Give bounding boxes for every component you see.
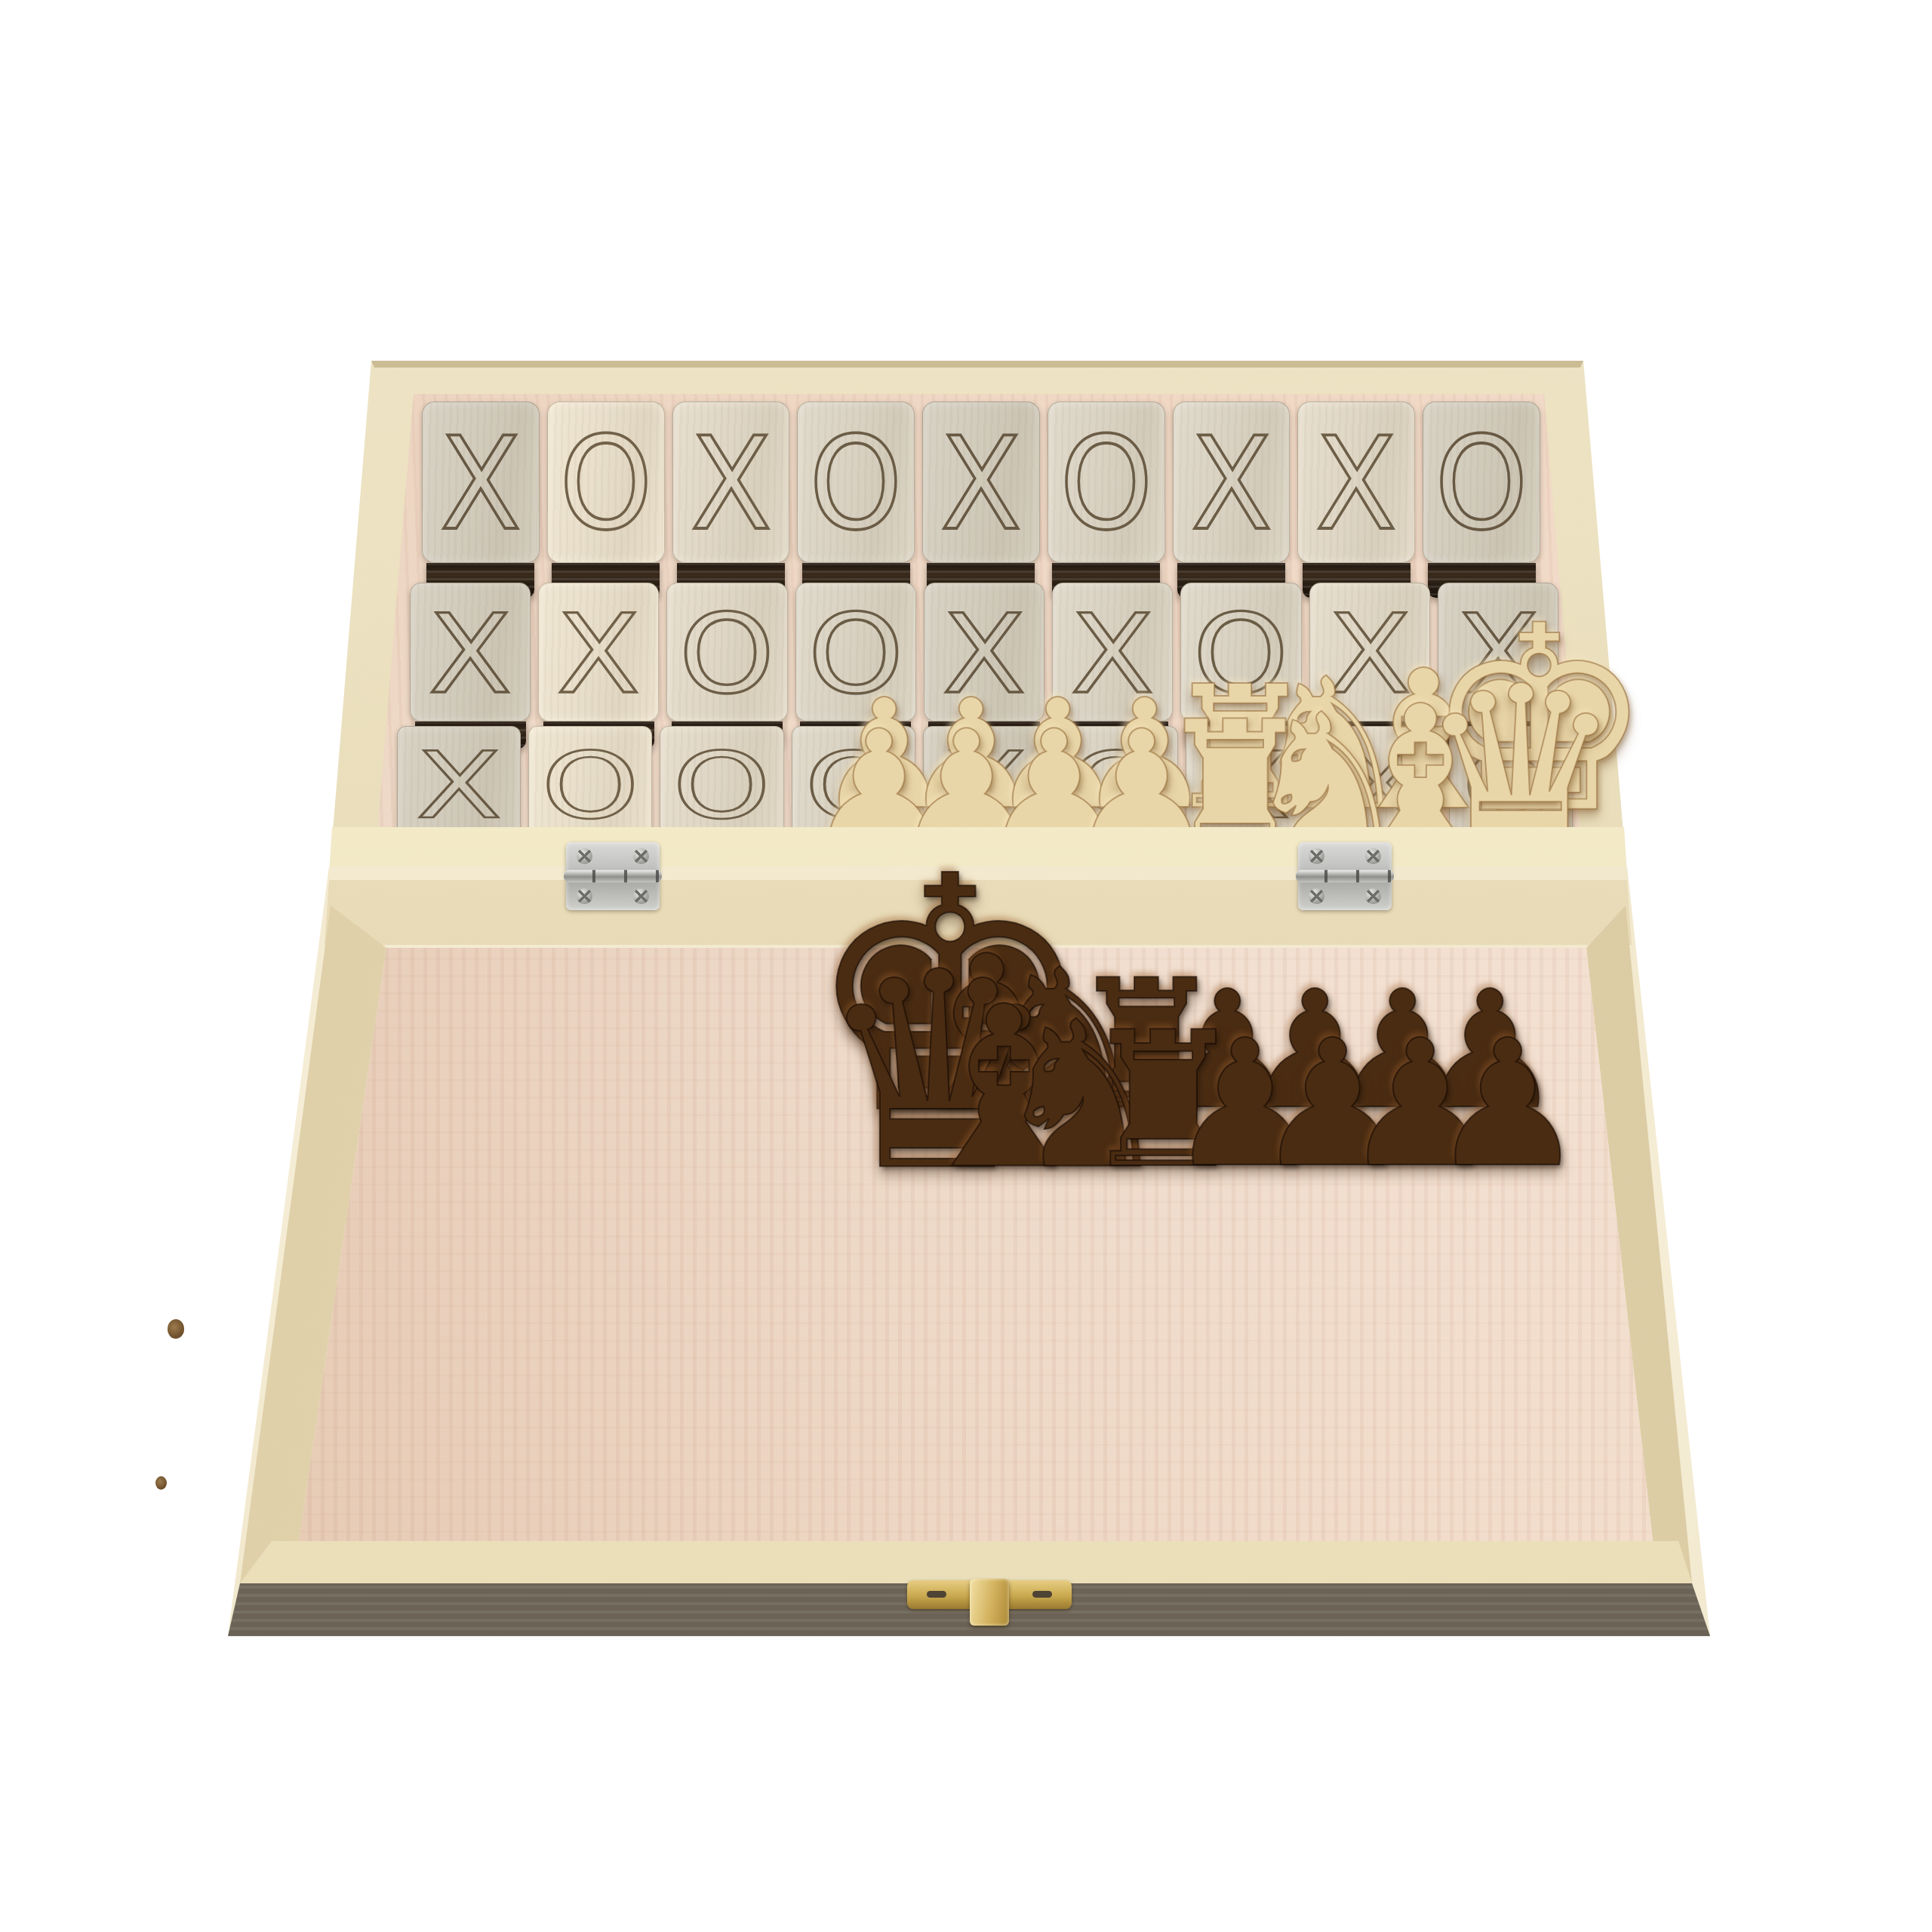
tictactoe-tile-o: O — [1048, 401, 1165, 563]
svg-text:O: O — [559, 411, 652, 558]
chess-piece-dark-queen: ♛ — [817, 937, 904, 1208]
dark-piece-row-front: ♛♝♞♜♟♟♟♟ — [817, 891, 1517, 1162]
wood-knot — [168, 1319, 184, 1339]
svg-text:O: O — [679, 590, 775, 717]
tile-column: X — [423, 401, 539, 598]
tictactoe-tile-x: X — [1173, 401, 1291, 563]
chess-piece-dark-pawn: ♟ — [1429, 1017, 1517, 1192]
tictactoe-tile-x: X — [422, 401, 540, 563]
svg-text:O: O — [541, 732, 639, 838]
tictactoe-tile-x: X — [397, 726, 521, 842]
hinge-screw-icon — [577, 888, 592, 904]
tictactoe-tile-o: O — [660, 726, 783, 842]
svg-text:X: X — [1191, 411, 1272, 558]
tictactoe-tile-x: X — [1297, 401, 1415, 563]
hinge-screw-icon — [633, 848, 649, 864]
svg-text:X: X — [691, 411, 771, 558]
tictactoe-tile-x: X — [410, 583, 531, 721]
hinge-left-icon — [566, 842, 660, 910]
chess-piece-dark-pawn: ♟ — [1254, 1017, 1342, 1192]
svg-text:O: O — [672, 732, 771, 838]
product-photo-open-game-box: XOXOXOXXOXXOOXXOXXXOOOXOXXO ♟♟♟♟♜♞♝♚♟♟♟♟… — [0, 0, 1932, 1932]
svg-text:X: X — [429, 590, 512, 717]
clasp-tab — [970, 1579, 1009, 1626]
tictactoe-tile-o: O — [797, 401, 915, 563]
tictactoe-tile-o: O — [666, 583, 787, 721]
svg-text:O: O — [809, 411, 902, 558]
chess-piece-dark-pawn: ♟ — [1342, 1017, 1429, 1192]
hinge-screw-icon — [577, 848, 592, 864]
tictactoe-tile-o: O — [547, 401, 665, 563]
tictactoe-tile-x: X — [538, 583, 659, 721]
svg-text:X: X — [557, 590, 641, 717]
tictactoe-tile-o: O — [1423, 401, 1540, 563]
svg-text:X: X — [1316, 411, 1397, 558]
brass-clasp-icon — [907, 1579, 1072, 1627]
chess-piece-dark-rook: ♜ — [1079, 1007, 1167, 1194]
clasp-screw-slot — [927, 1591, 946, 1598]
tile-column: X — [539, 583, 658, 749]
svg-text:X: X — [440, 411, 521, 558]
tile-column: O — [667, 583, 786, 749]
tictactoe-tile-x: X — [672, 401, 790, 563]
wood-knot — [155, 1476, 167, 1490]
tile-column: X — [411, 583, 530, 749]
hinge-screw-icon — [633, 888, 649, 904]
tile-column: O — [548, 401, 664, 598]
svg-text:X: X — [416, 732, 501, 838]
tile-column: X — [673, 401, 789, 598]
chess-piece-dark-bishop: ♝ — [904, 977, 992, 1200]
hinge-knuckle — [564, 870, 662, 883]
chess-piece-dark-knight: ♞ — [992, 995, 1079, 1197]
svg-text:O: O — [1435, 411, 1527, 558]
clasp-screw-slot — [1032, 1591, 1052, 1598]
tictactoe-tile-x: X — [922, 401, 1040, 563]
svg-text:O: O — [1060, 411, 1152, 558]
svg-text:X: X — [940, 411, 1021, 558]
chess-piece-dark-pawn: ♟ — [1167, 1017, 1254, 1192]
tictactoe-tile-o: O — [528, 726, 652, 842]
